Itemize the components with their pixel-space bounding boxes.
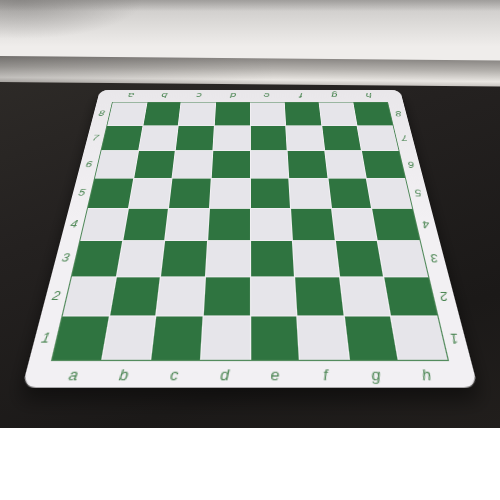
file-label-bottom-c: c (170, 366, 179, 382)
square-h5[interactable] (367, 178, 412, 207)
rank-label-right-3: 3 (430, 253, 440, 264)
rank-label-left-4: 4 (69, 219, 78, 229)
square-c7[interactable] (176, 126, 214, 151)
square-d5[interactable] (210, 178, 250, 207)
square-e2[interactable] (251, 277, 297, 316)
background-wall (0, 0, 500, 62)
square-a5[interactable] (88, 178, 133, 207)
square-c1[interactable] (152, 317, 203, 360)
square-g1[interactable] (345, 317, 398, 360)
file-label-bottom-e: e (270, 366, 279, 382)
square-g3[interactable] (336, 241, 384, 276)
square-c4[interactable] (165, 208, 208, 240)
chess-mat: aa88bb77cc66dd55ee44ff33gg22hh11 (22, 90, 478, 388)
rank-label-left-1: 1 (40, 331, 51, 344)
square-b3[interactable] (117, 241, 165, 276)
square-f5[interactable] (289, 178, 330, 207)
file-label-bottom-d: d (220, 366, 229, 382)
square-h2[interactable] (385, 277, 438, 316)
file-label-top-b: b (161, 91, 168, 98)
square-b7[interactable] (139, 126, 178, 151)
square-h4[interactable] (372, 208, 419, 240)
file-label-bottom-f: f (322, 366, 328, 382)
square-d7[interactable] (213, 126, 249, 151)
square-g6[interactable] (325, 151, 366, 178)
rank-label-left-8: 8 (98, 110, 106, 117)
square-b5[interactable] (129, 178, 172, 207)
square-g7[interactable] (322, 126, 361, 151)
file-label-top-c: c (196, 91, 202, 98)
file-label-top-a: a (127, 91, 135, 98)
rank-label-right-1: 1 (449, 331, 460, 344)
photo-bottom-margin (0, 428, 500, 500)
square-f1[interactable] (298, 317, 349, 360)
rank-label-right-5: 5 (414, 188, 423, 197)
rank-label-right-7: 7 (401, 134, 409, 142)
square-f7[interactable] (286, 126, 324, 151)
rank-label-right-8: 8 (395, 110, 403, 117)
file-label-bottom-g: g (370, 366, 381, 382)
square-d2[interactable] (204, 277, 250, 316)
square-f8[interactable] (285, 102, 321, 125)
square-d6[interactable] (212, 151, 250, 178)
file-label-top-e: e (264, 91, 270, 98)
square-g4[interactable] (332, 208, 377, 240)
file-label-bottom-h: h (420, 366, 432, 382)
square-a2[interactable] (63, 277, 116, 316)
square-g5[interactable] (328, 178, 371, 207)
square-b4[interactable] (123, 208, 168, 240)
file-label-top-g: g (331, 91, 338, 98)
square-a6[interactable] (95, 151, 138, 178)
square-f3[interactable] (293, 241, 339, 276)
square-e1[interactable] (251, 317, 299, 360)
square-b8[interactable] (143, 102, 181, 125)
square-c3[interactable] (161, 241, 207, 276)
square-h7[interactable] (358, 126, 399, 151)
square-c5[interactable] (169, 178, 210, 207)
rank-label-left-6: 6 (85, 160, 93, 168)
square-a4[interactable] (80, 208, 127, 240)
square-e5[interactable] (250, 178, 290, 207)
square-c8[interactable] (179, 102, 215, 125)
rank-label-left-7: 7 (91, 134, 99, 142)
square-e7[interactable] (250, 126, 286, 151)
file-label-top-d: d (230, 91, 236, 98)
square-a1[interactable] (52, 317, 108, 360)
file-label-bottom-b: b (118, 366, 129, 382)
square-d1[interactable] (201, 317, 249, 360)
table-far-edge (0, 56, 500, 86)
square-h8[interactable] (354, 102, 393, 125)
square-e6[interactable] (250, 151, 288, 178)
square-c2[interactable] (157, 277, 205, 316)
square-a3[interactable] (72, 241, 122, 276)
square-c6[interactable] (173, 151, 212, 178)
rank-label-left-3: 3 (61, 253, 71, 264)
square-g2[interactable] (340, 277, 390, 316)
file-label-top-f: f (299, 91, 303, 98)
chess-board (51, 102, 449, 361)
square-b6[interactable] (134, 151, 175, 178)
file-label-bottom-a: a (67, 366, 79, 382)
rank-label-left-2: 2 (51, 290, 62, 302)
square-g8[interactable] (319, 102, 357, 125)
square-a7[interactable] (102, 126, 143, 151)
rank-label-right-6: 6 (407, 160, 415, 168)
rank-label-left-5: 5 (77, 188, 86, 197)
square-h1[interactable] (392, 317, 448, 360)
rank-label-right-4: 4 (421, 219, 430, 229)
square-d8[interactable] (215, 102, 250, 125)
square-a8[interactable] (107, 102, 146, 125)
file-label-top-h: h (365, 91, 373, 98)
square-e8[interactable] (250, 102, 285, 125)
square-d4[interactable] (208, 208, 249, 240)
square-h3[interactable] (378, 241, 428, 276)
square-f2[interactable] (295, 277, 343, 316)
square-f4[interactable] (291, 208, 334, 240)
square-e3[interactable] (251, 241, 295, 276)
square-b2[interactable] (110, 277, 160, 316)
rank-label-right-2: 2 (439, 290, 450, 302)
square-h6[interactable] (362, 151, 405, 178)
square-e4[interactable] (251, 208, 292, 240)
product-photo: aa88bb77cc66dd55ee44ff33gg22hh11 (0, 0, 500, 500)
square-b1[interactable] (102, 317, 155, 360)
square-f6[interactable] (288, 151, 327, 178)
square-d3[interactable] (206, 241, 250, 276)
